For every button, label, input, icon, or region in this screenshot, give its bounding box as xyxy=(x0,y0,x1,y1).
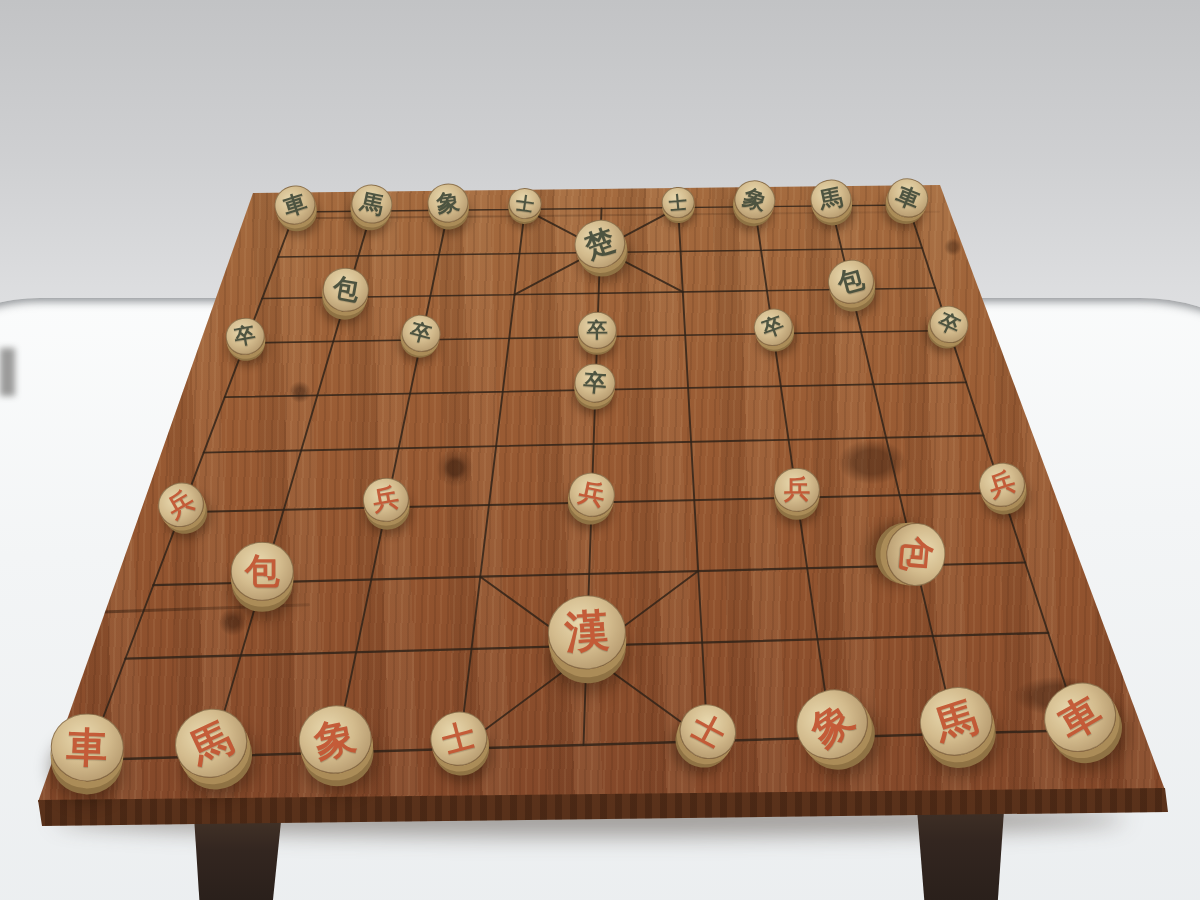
piece-glyph-馬: 馬 xyxy=(181,710,241,777)
piece-glyph-車: 車 xyxy=(1048,683,1111,751)
piece-glyph-卒: 卒 xyxy=(407,317,435,349)
piece-glyph-士: 士 xyxy=(514,191,535,217)
piece-glyph-車: 車 xyxy=(279,187,310,224)
piece-glyph-兵: 兵 xyxy=(985,464,1021,505)
piece-glyph-車: 車 xyxy=(66,719,109,775)
piece-glyph-象: 象 xyxy=(799,691,864,760)
piece-glyph-兵: 兵 xyxy=(370,480,402,519)
piece-glyph-楚: 楚 xyxy=(580,220,621,268)
piece-glyph-馬: 馬 xyxy=(928,689,984,754)
piece-glyph-士: 士 xyxy=(683,704,732,758)
piece-glyph-漢: 漢 xyxy=(563,601,611,663)
piece-glyph-卒: 卒 xyxy=(759,310,788,343)
piece-glyph-包: 包 xyxy=(330,270,362,309)
piece-glyph-象: 象 xyxy=(435,186,462,220)
piece-glyph-兵: 兵 xyxy=(575,475,608,515)
piece-cho-soldier-f5r4[interactable]: 卒 xyxy=(578,312,617,349)
piece-glyph-馬: 馬 xyxy=(817,181,846,216)
piece-glyph-象: 象 xyxy=(739,181,770,218)
piece-glyph-車: 車 xyxy=(892,179,925,216)
piece-glyph-卒: 卒 xyxy=(934,307,965,341)
piece-han-soldier-f7r7[interactable]: 兵 xyxy=(774,468,820,512)
background-smudge xyxy=(0,348,15,396)
piece-glyph-包: 包 xyxy=(891,535,941,574)
piece-han-cannon-f2r8[interactable]: 包 xyxy=(231,542,294,601)
piece-glyph-卒: 卒 xyxy=(587,316,608,344)
piece-glyph-包: 包 xyxy=(245,548,280,595)
janggi-board-surface xyxy=(0,0,1200,900)
piece-glyph-兵: 兵 xyxy=(784,472,810,507)
piece-glyph-包: 包 xyxy=(834,261,868,302)
piece-glyph-卒: 卒 xyxy=(233,321,259,352)
piece-glyph-象: 象 xyxy=(310,709,362,771)
piece-glyph-兵: 兵 xyxy=(161,483,201,526)
piece-glyph-卒: 卒 xyxy=(583,366,609,399)
piece-glyph-馬: 馬 xyxy=(357,187,386,222)
piece-glyph-士: 士 xyxy=(668,189,688,214)
photo-scene: 車馬象士士象馬車楚包包卒卒卒卒卒卒兵兵兵兵兵包包漢車馬象士士象馬車 xyxy=(0,0,1200,900)
piece-glyph-士: 士 xyxy=(438,713,480,764)
